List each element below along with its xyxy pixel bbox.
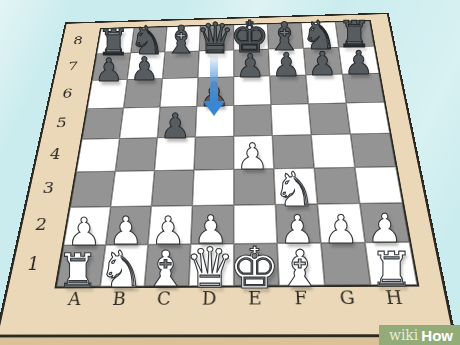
- square-a8: [97, 28, 134, 54]
- file-label-d: D: [195, 287, 223, 310]
- square-f2: [275, 204, 320, 243]
- file-label-a: A: [59, 287, 89, 310]
- square-h6: [342, 73, 384, 103]
- square-h8: [335, 21, 374, 47]
- square-a7: [92, 53, 130, 80]
- wikihow-watermark: wiki How: [379, 325, 460, 345]
- square-h4: [350, 133, 396, 167]
- file-label-b: B: [104, 287, 133, 310]
- square-g4: [311, 134, 355, 168]
- square-g1: [321, 243, 371, 286]
- square-c3: [151, 170, 194, 206]
- square-g3: [314, 167, 360, 204]
- square-f8: [267, 23, 303, 49]
- file-label-e: E: [241, 286, 269, 309]
- square-g5: [308, 103, 350, 135]
- square-h2: [360, 203, 410, 243]
- rank-label-3: 3: [35, 179, 62, 198]
- square-a3: [70, 171, 115, 207]
- square-f6: [270, 75, 309, 105]
- square-c8: [165, 26, 200, 52]
- square-c5: [157, 106, 196, 137]
- square-b5: [120, 107, 160, 138]
- square-a5: [82, 108, 124, 139]
- square-d8: [199, 25, 234, 51]
- square-d6: [197, 77, 234, 106]
- square-b8: [131, 27, 167, 53]
- square-a2: [64, 207, 111, 246]
- square-g6: [306, 74, 346, 104]
- square-e4: [234, 135, 274, 169]
- square-c4: [154, 137, 195, 171]
- square-h5: [346, 102, 390, 134]
- square-a6: [87, 79, 127, 108]
- rank-label-6: 6: [55, 86, 79, 101]
- square-f7: [268, 48, 305, 76]
- chess-illustration: 87654321ABCDEFGH ♜♞♝♛♚♝♞♜♟♟♟♟♟♟♟♟♟♞♟♟♟♟♟…: [0, 0, 460, 345]
- square-b2: [106, 206, 152, 245]
- watermark-how-text: How: [421, 327, 453, 344]
- square-c1: [144, 244, 190, 286]
- file-label-g: G: [332, 286, 363, 310]
- square-a1: [56, 245, 105, 287]
- square-b4: [115, 138, 157, 172]
- square-h1: [365, 242, 417, 285]
- square-g8: [301, 22, 338, 48]
- rank-label-2: 2: [27, 215, 55, 235]
- square-c7: [162, 51, 199, 79]
- square-f3: [274, 168, 318, 205]
- square-g7: [303, 47, 342, 75]
- square-e5: [234, 105, 273, 137]
- square-f1: [277, 243, 325, 286]
- square-e3: [234, 169, 276, 205]
- square-h3: [355, 167, 403, 204]
- square-e6: [234, 76, 271, 106]
- file-label-h: H: [378, 286, 410, 310]
- square-f4: [272, 135, 314, 169]
- square-d2: [191, 205, 234, 244]
- square-h7: [339, 46, 379, 74]
- square-b7: [127, 52, 165, 80]
- square-b3: [111, 171, 155, 207]
- square-b6: [124, 79, 163, 108]
- square-c2: [148, 206, 192, 245]
- rank-label-5: 5: [49, 115, 74, 131]
- watermark-wiki-text: wiki: [389, 327, 418, 343]
- square-e1: [234, 243, 279, 285]
- square-e8: [234, 24, 269, 50]
- square-d1: [189, 244, 234, 286]
- square-a4: [76, 138, 119, 171]
- rank-label-8: 8: [67, 34, 89, 47]
- file-label-f: F: [286, 286, 315, 310]
- board-plane: 87654321ABCDEFGH: [55, 20, 415, 285]
- square-b1: [100, 245, 148, 287]
- square-c6: [160, 78, 198, 107]
- rank-label-1: 1: [18, 253, 48, 275]
- square-e2: [234, 205, 277, 244]
- square-f5: [271, 104, 311, 136]
- square-d3: [192, 169, 233, 205]
- square-g2: [317, 203, 365, 242]
- square-e7: [234, 49, 270, 77]
- square-d4: [194, 136, 234, 170]
- square-d7: [198, 50, 234, 78]
- file-label-c: C: [150, 287, 179, 310]
- rank-label-7: 7: [61, 59, 84, 73]
- rank-label-4: 4: [42, 146, 68, 163]
- chess-board: [54, 20, 419, 289]
- square-d5: [195, 105, 233, 137]
